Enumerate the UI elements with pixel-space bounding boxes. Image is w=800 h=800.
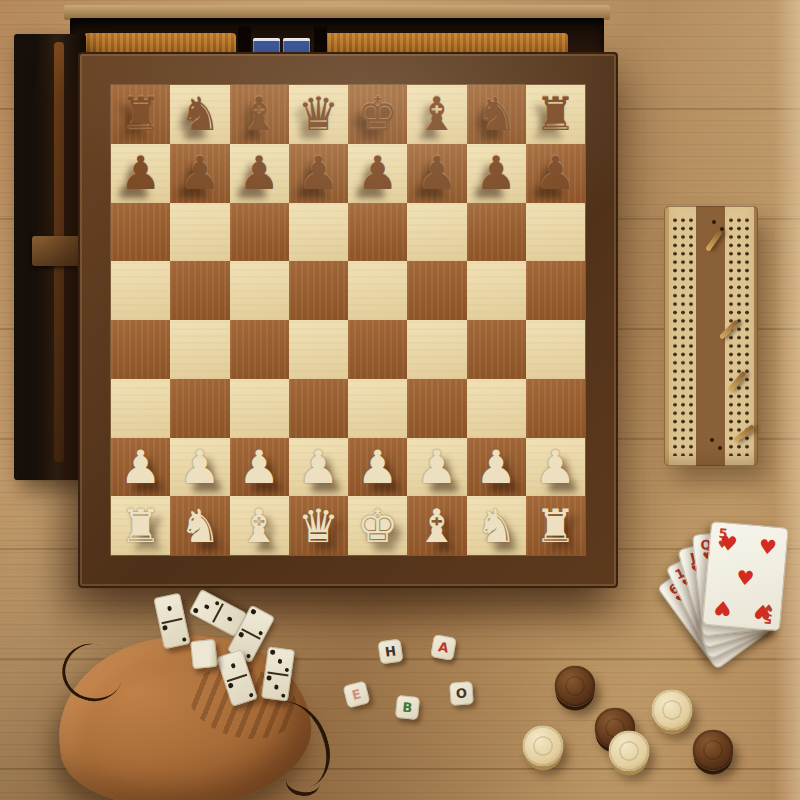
square-b2[interactable]: ♟	[170, 438, 229, 497]
domino-pip	[162, 625, 167, 630]
checker-light[interactable]	[652, 690, 693, 731]
piece-black-p[interactable]: ♟	[179, 150, 220, 196]
piece-white-n[interactable]: ♞	[476, 503, 517, 549]
piece-black-n[interactable]: ♞	[179, 91, 220, 137]
square-c1[interactable]: ♝	[230, 496, 289, 555]
peg-hole-column	[680, 216, 686, 456]
domino-pip	[167, 606, 172, 611]
square-e7[interactable]: ♟	[348, 144, 407, 203]
piece-white-p[interactable]: ♟	[357, 444, 398, 490]
square-b6[interactable]	[170, 203, 229, 262]
piece-white-n[interactable]: ♞	[179, 503, 220, 549]
square-e3[interactable]	[348, 379, 407, 438]
domino-pip	[193, 607, 199, 613]
piece-white-k[interactable]: ♚	[357, 503, 398, 549]
card-index: 5♥	[760, 602, 776, 626]
domino-pip	[245, 653, 251, 659]
piece-black-r[interactable]: ♜	[120, 91, 161, 137]
piece-black-p[interactable]: ♟	[120, 150, 161, 196]
piece-white-r[interactable]: ♜	[120, 503, 161, 549]
square-a1[interactable]: ♜	[111, 496, 170, 555]
piece-white-p[interactable]: ♟	[179, 444, 220, 490]
heart-pip: ♥	[758, 537, 778, 558]
domino-pip	[203, 604, 209, 610]
square-e5[interactable]	[348, 261, 407, 320]
domino-pip	[214, 600, 220, 606]
domino-pip	[182, 637, 187, 642]
square-e8[interactable]: ♚	[348, 85, 407, 144]
square-c4[interactable]	[230, 320, 289, 379]
square-a7[interactable]: ♟	[111, 144, 170, 203]
peg-hole	[720, 227, 724, 231]
square-c3[interactable]	[230, 379, 289, 438]
heart-pip: ♥	[736, 567, 756, 588]
square-g3[interactable]	[467, 379, 526, 438]
peg-hole-column	[688, 216, 694, 456]
piece-black-p[interactable]: ♟	[476, 150, 517, 196]
peg-hole	[718, 446, 722, 450]
square-g1[interactable]: ♞	[467, 496, 526, 555]
square-g5[interactable]	[467, 261, 526, 320]
square-f5[interactable]	[407, 261, 466, 320]
domino-pip	[238, 632, 244, 638]
square-h1[interactable]: ♜	[526, 496, 585, 555]
square-b7[interactable]: ♟	[170, 144, 229, 203]
square-h6[interactable]	[526, 203, 585, 262]
square-f3[interactable]	[407, 379, 466, 438]
domino-half	[261, 672, 291, 702]
square-f2[interactable]: ♟	[407, 438, 466, 497]
domino-pip	[230, 663, 236, 669]
piece-black-q[interactable]: ♛	[298, 91, 339, 137]
letter-die-O[interactable]: O	[449, 681, 474, 706]
square-a5[interactable]	[111, 261, 170, 320]
piece-white-p[interactable]: ♟	[298, 444, 339, 490]
checker-dark[interactable]	[555, 666, 596, 707]
square-b5[interactable]	[170, 261, 229, 320]
square-f4[interactable]	[407, 320, 466, 379]
square-c6[interactable]	[230, 203, 289, 262]
peg-hole	[710, 438, 714, 442]
square-h2[interactable]: ♟	[526, 438, 585, 497]
peg-hole-column	[744, 216, 750, 456]
square-b1[interactable]: ♞	[170, 496, 229, 555]
square-b4[interactable]	[170, 320, 229, 379]
square-d8[interactable]: ♛	[289, 85, 348, 144]
square-g4[interactable]	[467, 320, 526, 379]
piece-black-p[interactable]: ♟	[298, 150, 339, 196]
square-c5[interactable]	[230, 261, 289, 320]
square-h8[interactable]: ♜	[526, 85, 585, 144]
piece-black-b[interactable]: ♝	[416, 91, 457, 137]
peg-hole	[712, 220, 716, 224]
square-h7[interactable]: ♟	[526, 144, 585, 203]
square-e4[interactable]	[348, 320, 407, 379]
piece-white-p[interactable]: ♟	[476, 444, 517, 490]
square-e1[interactable]: ♚	[348, 496, 407, 555]
square-d3[interactable]	[289, 379, 348, 438]
checker-light[interactable]	[609, 731, 650, 772]
piece-white-r[interactable]: ♜	[535, 503, 576, 549]
square-g8[interactable]: ♞	[467, 85, 526, 144]
square-e2[interactable]: ♟	[348, 438, 407, 497]
domino-blank-standing[interactable]	[190, 639, 218, 669]
piece-white-p[interactable]: ♟	[416, 444, 457, 490]
domino-pip	[226, 616, 232, 622]
square-d6[interactable]	[289, 203, 348, 262]
domino-pip	[257, 630, 263, 636]
square-d4[interactable]	[289, 320, 348, 379]
piece-white-p[interactable]: ♟	[239, 444, 280, 490]
playing-card-5[interactable]: 5♥♥♥♥♥♥5♥	[702, 521, 789, 631]
game-box-side	[14, 34, 86, 480]
heart-pip: ♥	[713, 597, 733, 618]
square-d7[interactable]: ♟	[289, 144, 348, 203]
square-g2[interactable]: ♟	[467, 438, 526, 497]
piece-black-k[interactable]: ♚	[357, 91, 398, 137]
square-a8[interactable]: ♜	[111, 85, 170, 144]
letter-die-E[interactable]: E	[343, 681, 371, 709]
domino-pip	[274, 684, 279, 689]
piece-black-p[interactable]: ♟	[535, 150, 576, 196]
domino-pip	[270, 650, 275, 655]
checker-light[interactable]	[523, 726, 564, 767]
square-a4[interactable]	[111, 320, 170, 379]
square-h4[interactable]	[526, 320, 585, 379]
peg-hole-column	[672, 216, 678, 456]
piece-white-b[interactable]: ♝	[239, 503, 280, 549]
chess-board: ♜♞♝♛♚♝♞♜♟♟♟♟♟♟♟♟♟♟♟♟♟♟♟♟♜♞♝♛♚♝♞♜	[111, 85, 585, 555]
box-latch[interactable]	[32, 236, 82, 266]
square-f8[interactable]: ♝	[407, 85, 466, 144]
square-d2[interactable]: ♟	[289, 438, 348, 497]
domino-pip	[248, 692, 254, 698]
square-f1[interactable]: ♝	[407, 496, 466, 555]
square-d5[interactable]	[289, 261, 348, 320]
square-c8[interactable]: ♝	[230, 85, 289, 144]
square-g6[interactable]	[467, 203, 526, 262]
square-h5[interactable]	[526, 261, 585, 320]
peg-hole-column	[728, 216, 734, 456]
chess-board-frame: ♜♞♝♛♚♝♞♜♟♟♟♟♟♟♟♟♟♟♟♟♟♟♟♟♜♞♝♛♚♝♞♜	[78, 52, 618, 588]
piece-white-p[interactable]: ♟	[535, 444, 576, 490]
square-b3[interactable]	[170, 379, 229, 438]
piece-black-r[interactable]: ♜	[535, 91, 576, 137]
square-f6[interactable]	[407, 203, 466, 262]
letter-die-H[interactable]: H	[378, 639, 404, 665]
heart-pip: ♥	[719, 533, 739, 554]
letter-die-B[interactable]: B	[395, 695, 420, 720]
square-c7[interactable]: ♟	[230, 144, 289, 203]
piece-white-p[interactable]: ♟	[120, 444, 161, 490]
piece-white-q[interactable]: ♛	[298, 503, 339, 549]
piece-white-b[interactable]: ♝	[416, 503, 457, 549]
square-a6[interactable]	[111, 203, 170, 262]
piece-black-b[interactable]: ♝	[239, 91, 280, 137]
square-f7[interactable]: ♟	[407, 144, 466, 203]
square-a2[interactable]: ♟	[111, 438, 170, 497]
letter-die-A[interactable]: A	[430, 634, 457, 661]
table-plank-highlight	[774, 0, 800, 800]
domino-pip	[284, 667, 289, 672]
square-g7[interactable]: ♟	[467, 144, 526, 203]
table-scene: ♜♞♝♛♚♝♞♜♟♟♟♟♟♟♟♟♟♟♟♟♟♟♟♟♜♞♝♛♚♝♞♜ 6♥10♥J♥…	[0, 0, 800, 800]
square-e6[interactable]	[348, 203, 407, 262]
domino-pip	[281, 693, 286, 698]
square-c2[interactable]: ♟	[230, 438, 289, 497]
piece-black-p[interactable]: ♟	[357, 150, 398, 196]
domino-pip	[228, 683, 234, 689]
peg-hole-column	[736, 216, 742, 456]
square-b8[interactable]: ♞	[170, 85, 229, 144]
domino-pip	[277, 659, 282, 664]
square-d1[interactable]: ♛	[289, 496, 348, 555]
domino-pip	[251, 609, 257, 615]
piece-black-p[interactable]: ♟	[416, 150, 457, 196]
piece-black-n[interactable]: ♞	[476, 91, 517, 137]
square-a3[interactable]	[111, 379, 170, 438]
checker-dark[interactable]	[693, 730, 734, 771]
domino-pip	[267, 675, 272, 680]
square-h3[interactable]	[526, 379, 585, 438]
piece-black-p[interactable]: ♟	[239, 150, 280, 196]
